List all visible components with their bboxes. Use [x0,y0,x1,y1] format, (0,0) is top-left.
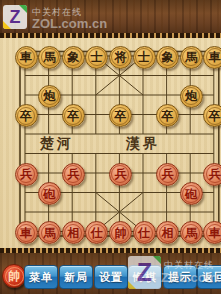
piece-black-将[interactable]: 将 [109,46,132,69]
settings-button[interactable]: 设置 [94,265,128,289]
back-button[interactable]: 返回 [197,265,221,289]
piece-black-馬[interactable]: 馬 [180,46,203,69]
river-label-han-jie: 漢界 [126,134,160,154]
piece-red-馬[interactable]: 馬 [180,221,203,244]
board-grid-lines [0,38,221,248]
board-bottom-border-decoration [0,248,221,253]
piece-red-兵[interactable]: 兵 [156,163,179,186]
piece-black-炮[interactable]: 炮 [38,85,61,108]
piece-red-相[interactable]: 相 [156,221,179,244]
piece-black-卒[interactable]: 卒 [203,104,221,127]
river-label-chu-he: 楚河 [40,134,74,154]
piece-red-兵[interactable]: 兵 [15,163,38,186]
piece-black-象[interactable]: 象 [156,46,179,69]
menu-button[interactable]: 菜单 [24,265,58,289]
piece-red-兵[interactable]: 兵 [109,163,132,186]
xiangqi-board[interactable]: 楚河 漢界 車馬象士将士象馬車炮炮卒卒卒卒卒兵兵兵兵兵砲砲車馬相仕帥仕相馬車 [0,38,221,248]
piece-black-卒[interactable]: 卒 [15,104,38,127]
piece-red-相[interactable]: 相 [62,221,85,244]
piece-red-砲[interactable]: 砲 [38,182,61,205]
undo-button[interactable]: 悔棋 [128,265,162,289]
new-game-button[interactable]: 新局 [59,265,93,289]
piece-red-馬[interactable]: 馬 [38,221,61,244]
piece-black-馬[interactable]: 馬 [38,46,61,69]
piece-black-車[interactable]: 車 [203,46,221,69]
piece-black-卒[interactable]: 卒 [109,104,132,127]
piece-black-炮[interactable]: 炮 [180,85,203,108]
piece-red-車[interactable]: 車 [203,221,221,244]
piece-red-車[interactable]: 車 [15,221,38,244]
piece-red-砲[interactable]: 砲 [180,182,203,205]
hint-button[interactable]: 提示 [163,265,197,289]
piece-red-仕[interactable]: 仕 [133,221,156,244]
xiangqi-app-screen: 楚河 漢界 車馬象士将士象馬車炮炮卒卒卒卒卒兵兵兵兵兵砲砲車馬相仕帥仕相馬車 帥… [0,0,221,294]
piece-black-象[interactable]: 象 [62,46,85,69]
turn-indicator-red-general: 帥 [2,264,26,288]
piece-black-士[interactable]: 士 [133,46,156,69]
piece-black-卒[interactable]: 卒 [156,104,179,127]
piece-black-車[interactable]: 車 [15,46,38,69]
piece-red-兵[interactable]: 兵 [203,163,221,186]
top-wood-frame [0,0,221,33]
piece-black-士[interactable]: 士 [85,46,108,69]
piece-black-卒[interactable]: 卒 [62,104,85,127]
piece-red-兵[interactable]: 兵 [62,163,85,186]
piece-red-帥[interactable]: 帥 [109,221,132,244]
